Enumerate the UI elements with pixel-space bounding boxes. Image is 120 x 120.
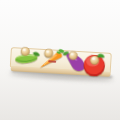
pea-knob [21,47,30,56]
brand-logo [48,60,56,63]
tomato-knob [90,56,99,65]
product-photo [0,0,120,120]
puzzle-piece-pea-pod [13,46,41,67]
eggplant-knob [69,51,78,60]
puzzle-board [9,47,113,83]
puzzle-piece-tomato [81,52,107,78]
carrot-knob [44,49,53,58]
